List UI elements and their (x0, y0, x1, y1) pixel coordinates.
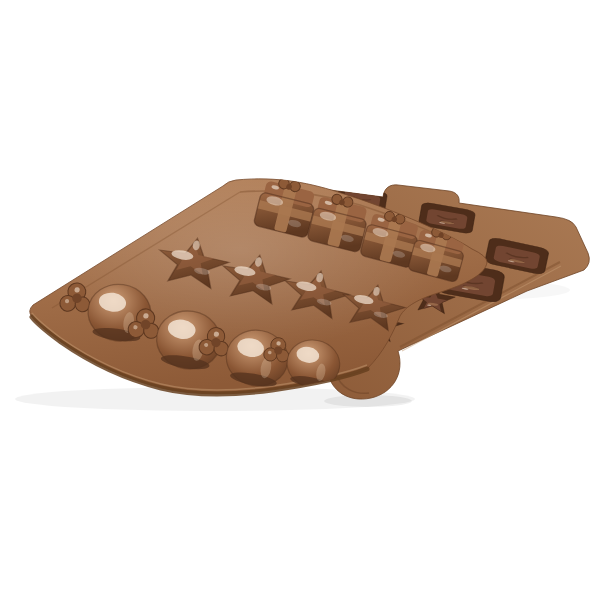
front-mold (30, 150, 487, 394)
chocolate-molds-scene (0, 0, 600, 600)
product-photo (0, 0, 600, 600)
